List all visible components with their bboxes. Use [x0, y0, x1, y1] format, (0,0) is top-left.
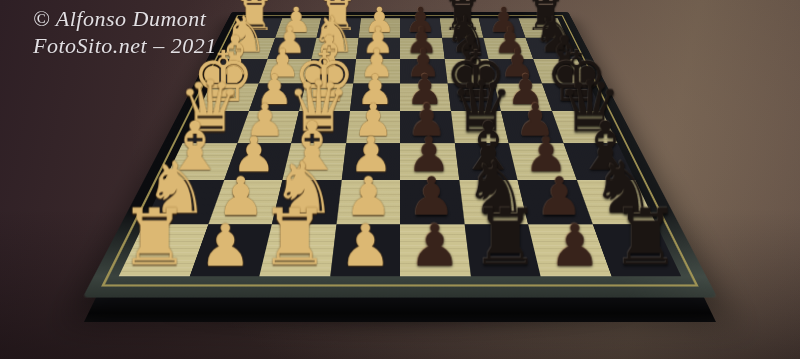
watermark: © Alfonso Dumont FotoSito.net – 2021 — [33, 6, 217, 60]
white-pawn: ♟ — [339, 219, 391, 274]
photo-scene: ♜♟♜♟♟♜♟♜♞♟♞♟♟♞♟♞♝♟♝♟♟♝♟♝♚♟♚♟♟♚♟♚♛♟♛♟♟♛♟♛… — [0, 0, 800, 359]
board-side-face — [84, 296, 716, 322]
watermark-author: © Alfonso Dumont — [33, 6, 217, 33]
square-r8c6: ♜ — [464, 224, 541, 276]
watermark-site-year: FotoSito.net – 2021 — [33, 33, 217, 60]
black-rook: ♜ — [470, 200, 540, 274]
white-pawn: ♟ — [199, 219, 251, 274]
black-pawn: ♟ — [409, 219, 461, 274]
black-rook: ♜ — [610, 200, 680, 274]
square-r8c5: ♟ — [400, 224, 470, 276]
square-r8c7: ♟ — [528, 224, 611, 276]
white-rook: ♜ — [260, 200, 330, 274]
square-r8c4: ♟ — [330, 224, 400, 276]
black-pawn: ♟ — [549, 219, 601, 274]
white-rook: ♜ — [120, 200, 190, 274]
square-r8c3: ♜ — [259, 224, 336, 276]
